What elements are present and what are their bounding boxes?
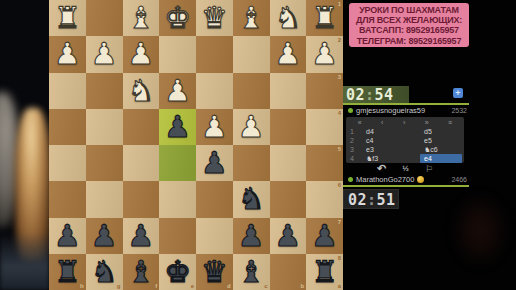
black-pawn: ♟ [127,221,154,251]
white-pawn: ♟ [91,39,118,69]
black-queen: ♛ [201,257,228,287]
square-g6[interactable] [86,181,123,217]
rank-label: 4 [338,110,341,116]
square-d2[interactable] [196,36,233,72]
square-e5[interactable] [159,145,196,181]
square-f3[interactable]: ♞ [123,73,160,109]
file-label: a [338,283,341,289]
nav-next-icon[interactable]: › [403,119,405,126]
white-knight: ♞ [274,3,301,33]
move-cell-black[interactable]: d5 [420,127,462,136]
square-a1[interactable]: ♜1 [306,0,343,36]
player-rating-bottom: 2466 [451,176,467,183]
square-f5[interactable] [123,145,160,181]
white-pawn: ♟ [238,112,265,142]
move-number: 4 [348,155,362,162]
rank-label: 8 [338,255,341,261]
square-d6[interactable] [196,181,233,217]
clock-white: 02:54 [343,86,409,104]
white-pawn: ♟ [54,39,81,69]
rank-label: 2 [338,37,341,43]
file-label: f [155,283,157,289]
move-nav-bar: «‹›»≡ [348,118,462,127]
square-c2[interactable] [233,36,270,72]
nav-first-icon[interactable]: « [358,119,362,126]
offer-draw-icon[interactable]: ½ [402,164,409,173]
file-label: c [264,283,267,289]
square-a2[interactable]: ♟2 [306,36,343,72]
white-pawn: ♟ [201,112,228,142]
white-pawn: ♟ [164,76,191,106]
rank-label: 1 [338,1,341,7]
move-list: «‹›»≡ 1d4d52c4e53e3♞c64♞f3e4 [346,117,464,163]
ad-banner: УРОКИ ПО ШАХМАТАМ ДЛЯ ВСЕХ ЖЕЛАЮЩИХ: ВАТ… [349,3,469,47]
square-a5[interactable]: 5 [306,145,343,181]
black-pawn: ♟ [201,148,228,178]
white-pawn: ♟ [274,39,301,69]
add-time-button[interactable]: + [453,88,463,98]
white-pawn: ♟ [127,39,154,69]
ad-line-1: УРОКИ ПО ШАХМАТАМ [349,5,469,15]
square-h4[interactable] [49,109,86,145]
white-bishop: ♝ [238,3,265,33]
blurred-floor [0,232,49,290]
square-b2[interactable]: ♟ [270,36,307,72]
black-pawn: ♟ [274,221,301,251]
square-f4[interactable] [123,109,160,145]
square-b4[interactable] [270,109,307,145]
move-number: 3 [348,146,362,153]
square-b5[interactable] [270,145,307,181]
square-b8[interactable]: b [270,254,307,290]
move-cell-white[interactable]: c4 [362,136,420,145]
player-row-top[interactable]: gmjesusnogueiras59 2532 [348,105,467,115]
black-pawn: ♟ [91,221,118,251]
move-number: 1 [348,128,362,135]
ad-line-4: ТЕЛЕГРАМ: 89529165957 [349,36,469,46]
move-cell-white[interactable]: d4 [362,127,420,136]
square-f6[interactable] [123,181,160,217]
black-bishop: ♝ [127,257,154,287]
square-f1[interactable]: ♝ [123,0,160,36]
white-pawn: ♟ [311,39,338,69]
move-row-1: 1d4d5 [348,127,462,136]
square-g4[interactable] [86,109,123,145]
square-g1[interactable] [86,0,123,36]
square-g5[interactable] [86,145,123,181]
square-a3[interactable]: 3 [306,73,343,109]
square-h6[interactable] [49,181,86,217]
square-d1[interactable]: ♛ [196,0,233,36]
square-e3[interactable]: ♟ [159,73,196,109]
clock-white-seconds: 54 [375,86,394,104]
square-h1[interactable]: ♜ [49,0,86,36]
move-cell-black[interactable]: ♞c6 [420,145,462,154]
square-d4[interactable]: ♟ [196,109,233,145]
plus-icon: + [455,88,460,98]
square-e4[interactable]: ♟ [159,109,196,145]
square-a4[interactable]: 4 [306,109,343,145]
square-h8[interactable]: ♜h [49,254,86,290]
square-e2[interactable] [159,36,196,72]
square-c1[interactable]: ♝ [233,0,270,36]
black-knight: ♞ [91,257,118,287]
square-e7[interactable] [159,218,196,254]
square-f7[interactable]: ♟ [123,218,160,254]
white-queen: ♛ [201,3,228,33]
white-king: ♚ [164,3,191,33]
rank-label: 6 [338,182,341,188]
square-h2[interactable]: ♟ [49,36,86,72]
square-b3[interactable] [270,73,307,109]
black-rook: ♜ [54,257,81,287]
player-name-bottom: MarathonGo2700 [356,175,414,184]
emoji-badge-icon [417,176,424,183]
online-dot [348,108,353,113]
square-c5[interactable] [233,145,270,181]
ad-line-3: ВАТСАПП: 89529165957 [349,25,469,35]
square-h7[interactable]: ♟ [49,218,86,254]
square-b6[interactable] [270,181,307,217]
player-rating-top: 2532 [451,107,467,114]
white-rook: ♜ [54,3,81,33]
square-f8[interactable]: ♝f [123,254,160,290]
move-cell-white[interactable]: e3 [362,145,420,154]
black-rook: ♜ [311,257,338,287]
ad-line-2: ДЛЯ ВСЕХ ЖЕЛАЮЩИХ: [349,15,469,25]
online-dot [348,177,353,182]
clock-black: 02:51 [343,189,399,209]
nav-last-icon[interactable]: » [425,119,429,126]
nav-prev-icon[interactable]: ‹ [381,119,383,126]
square-c3[interactable] [233,73,270,109]
black-pawn: ♟ [164,112,191,142]
background-smudge [450,190,510,270]
square-a6[interactable]: 6 [306,181,343,217]
clock-colon: : [367,191,377,209]
clock-black-seconds: 51 [377,191,396,209]
white-rook: ♜ [311,3,338,33]
clock-black-minutes: 02 [348,191,367,209]
player-name-top: gmjesusnogueiras59 [356,106,425,115]
square-a7[interactable]: ♟7 [306,218,343,254]
square-d8[interactable]: ♛d [196,254,233,290]
resign-flag-icon[interactable]: ⚐ [425,164,433,174]
square-e6[interactable] [159,181,196,217]
rank-label: 5 [338,146,341,152]
player-row-bottom[interactable]: MarathonGo2700 2466 [348,174,467,184]
move-rows: 1d4d52c4e53e3♞c64♞f3e4 [348,127,462,163]
square-g7[interactable]: ♟ [86,218,123,254]
square-g2[interactable]: ♟ [86,36,123,72]
rank-label: 3 [338,74,341,80]
chess-board: ♜♝♚♛♝♞♜1♟♟♟♟♟2♞♟3♟♟♟4♟5♞6♟♟♟♟♟♟7♜h♞g♝f♚e… [49,0,343,290]
white-bishop: ♝ [127,3,154,33]
move-cell-black[interactable]: e5 [420,136,462,145]
black-pawn: ♟ [311,221,338,251]
square-e8[interactable]: ♚e [159,254,196,290]
square-b7[interactable]: ♟ [270,218,307,254]
square-d3[interactable] [196,73,233,109]
square-c8[interactable]: ♝c [233,254,270,290]
rank-label: 7 [338,219,341,225]
clock-colon: : [365,86,375,104]
black-king: ♚ [164,257,191,287]
side-panel: УРОКИ ПО ШАХМАТАМ ДЛЯ ВСЕХ ЖЕЛАЮЩИХ: ВАТ… [343,0,516,290]
black-knight: ♞ [238,184,265,214]
file-label: e [191,283,194,289]
black-pawn: ♟ [238,221,265,251]
background-photo [0,0,49,290]
square-g8[interactable]: ♞g [86,254,123,290]
nav-menu-icon[interactable]: ≡ [448,119,452,126]
square-e1[interactable]: ♚ [159,0,196,36]
white-knight: ♞ [127,76,154,106]
app-window: ♜♝♚♛♝♞♜1♟♟♟♟♟2♞♟3♟♟♟4♟5♞6♟♟♟♟♟♟7♜h♞g♝f♚e… [0,0,516,290]
square-g3[interactable] [86,73,123,109]
move-number: 2 [348,137,362,144]
square-c6[interactable]: ♞ [233,181,270,217]
square-d7[interactable] [196,218,233,254]
square-c7[interactable]: ♟ [233,218,270,254]
move-row-3: 3e3♞c6 [348,145,462,154]
move-row-2: 2c4e5 [348,136,462,145]
square-c4[interactable]: ♟ [233,109,270,145]
file-label: b [301,283,305,289]
active-player-line-bottom [343,185,469,187]
square-h5[interactable] [49,145,86,181]
square-b1[interactable]: ♞ [270,0,307,36]
square-d5[interactable]: ♟ [196,145,233,181]
black-pawn: ♟ [54,221,81,251]
square-a8[interactable]: ♜8a [306,254,343,290]
clock-white-minutes: 02 [346,86,365,104]
square-f2[interactable]: ♟ [123,36,160,72]
black-bishop: ♝ [238,257,265,287]
square-h3[interactable] [49,73,86,109]
